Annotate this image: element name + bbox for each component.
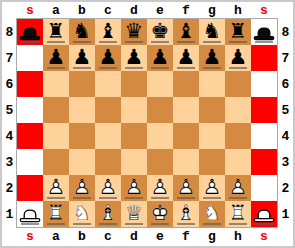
square-g5[interactable] [199,97,225,123]
square-c3[interactable] [95,149,121,175]
piece-shadow [229,197,247,199]
file-label-s-red: s [251,2,277,19]
rank-label-8: 8 [2,19,17,45]
square-d4[interactable] [121,123,147,149]
rank-label-4: 4 [2,123,17,149]
square-b5[interactable] [69,97,95,123]
piece-shadow [125,197,143,199]
piece-shadow [203,41,221,43]
square-h6[interactable] [225,71,251,97]
square-sL5[interactable] [17,97,43,123]
square-h5[interactable] [225,97,251,123]
rank-labels-right: 87654321 [278,19,293,227]
piece-shadow [47,41,65,43]
file-label-b: b [69,2,95,19]
square-h4[interactable] [225,123,251,149]
piece-shadow [177,197,195,199]
square-c1[interactable]: ♝♗ [95,201,121,227]
square-g4[interactable] [199,123,225,149]
square-a2[interactable]: ♟♙ [43,175,69,201]
square-f3[interactable] [173,149,199,175]
file-label-a: a [43,2,69,19]
square-e7[interactable]: ♟ [147,45,173,71]
square-b2[interactable]: ♟♙ [69,175,95,201]
square-b1[interactable]: ♞♘ [69,201,95,227]
square-h1[interactable]: ♜♖ [225,201,251,227]
square-a8[interactable]: ♜ [43,19,69,45]
file-label-d: d [121,2,147,19]
square-e3[interactable] [147,149,173,175]
file-label-f: f [173,227,199,246]
square-e2[interactable]: ♟♙ [147,175,173,201]
piece-shadow [73,41,91,43]
file-labels-bottom: sabcdefghs [17,227,277,246]
piece-shadow [203,197,221,199]
square-a6[interactable] [43,71,69,97]
rank-label-8: 8 [278,19,293,45]
square-sR6[interactable] [251,71,277,97]
square-f5[interactable] [173,97,199,123]
square-e8[interactable]: ♚ [147,19,173,45]
square-sR8[interactable] [251,19,277,45]
piece-shadow [151,223,169,225]
rank-label-2: 2 [2,175,17,201]
square-sR3[interactable] [251,149,277,175]
square-c6[interactable] [95,71,121,97]
square-e4[interactable] [147,123,173,149]
square-h3[interactable] [225,149,251,175]
file-label-h: h [225,2,251,19]
rank-label-6: 6 [278,71,293,97]
square-c5[interactable] [95,97,121,123]
file-label-s-red: s [251,227,277,246]
square-b4[interactable] [69,123,95,149]
square-e5[interactable] [147,97,173,123]
piece-shadow [255,223,273,225]
piece-shadow [99,41,117,43]
square-f1[interactable]: ♝♗ [173,201,199,227]
square-c4[interactable] [95,123,121,149]
square-sR4[interactable] [251,123,277,149]
square-b7[interactable]: ♟ [69,45,95,71]
file-label-g: g [199,227,225,246]
square-sR2[interactable] [251,175,277,201]
square-sR5[interactable] [251,97,277,123]
square-sL8[interactable] [17,19,43,45]
piece-shadow [73,67,91,69]
piece-shadow [47,197,65,199]
file-label-c: c [95,2,121,19]
square-sR1[interactable] [251,201,277,227]
piece-shadow [125,67,143,69]
file-label-a: a [43,227,69,246]
square-sL2[interactable] [17,175,43,201]
square-f4[interactable] [173,123,199,149]
rank-label-3: 3 [278,149,293,175]
square-sL3[interactable] [17,149,43,175]
piece-shadow [73,197,91,199]
piece-shadow [125,41,143,43]
file-label-s-red: s [17,227,43,246]
board-window: sabcdefghs 87654321 ♜♞♝♛♚♝♞♜♟♟♟♟♟♟♟♟♟♙♟♙… [0,0,295,248]
piece-shadow [47,223,65,225]
square-sL6[interactable] [17,71,43,97]
piece-shadow [151,67,169,69]
square-a4[interactable] [43,123,69,149]
rank-label-6: 6 [2,71,17,97]
square-h7[interactable]: ♟ [225,45,251,71]
rank-label-7: 7 [278,45,293,71]
piece-shadow [229,41,247,43]
rank-label-3: 3 [2,149,17,175]
square-d3[interactable] [121,149,147,175]
square-d1[interactable]: ♛♕ [121,201,147,227]
square-g6[interactable] [199,71,225,97]
piece-shadow [99,67,117,69]
piece-shadow [255,41,273,43]
piece-shadow [73,223,91,225]
square-a7[interactable]: ♟ [43,45,69,71]
square-b8[interactable]: ♞ [69,19,95,45]
square-f7[interactable]: ♟ [173,45,199,71]
square-a1[interactable]: ♜♖ [43,201,69,227]
piece-shadow [125,223,143,225]
piece-shadow [21,41,39,43]
rank-labels-left: 87654321 [2,19,17,227]
square-f6[interactable] [173,71,199,97]
file-label-e: e [147,2,173,19]
file-label-s-red: s [17,2,43,19]
file-label-h: h [225,227,251,246]
rank-label-5: 5 [2,97,17,123]
file-label-f: f [173,2,199,19]
square-a5[interactable] [43,97,69,123]
square-b3[interactable] [69,149,95,175]
square-d6[interactable] [121,71,147,97]
square-g3[interactable] [199,149,225,175]
square-d2[interactable]: ♟♙ [121,175,147,201]
piece-shadow [177,223,195,225]
square-d8[interactable]: ♛ [121,19,147,45]
square-c7[interactable]: ♟ [95,45,121,71]
piece-shadow [177,67,195,69]
file-label-d: d [121,227,147,246]
square-e6[interactable] [147,71,173,97]
square-b6[interactable] [69,71,95,97]
piece-shadow [151,41,169,43]
board: ♜♞♝♛♚♝♞♜♟♟♟♟♟♟♟♟♟♙♟♙♟♙♟♙♟♙♟♙♟♙♟♙♜♖♞♘♝♗♛♕… [17,19,277,227]
square-g7[interactable]: ♟ [199,45,225,71]
file-label-g: g [199,2,225,19]
rank-label-1: 1 [2,201,17,227]
file-label-b: b [69,227,95,246]
square-sL1[interactable] [17,201,43,227]
square-f2[interactable]: ♟♙ [173,175,199,201]
rank-label-4: 4 [278,123,293,149]
piece-shadow [229,67,247,69]
file-label-e: e [147,227,173,246]
square-g8[interactable]: ♞ [199,19,225,45]
piece-shadow [47,67,65,69]
square-e1[interactable]: ♚♔ [147,201,173,227]
piece-shadow [177,41,195,43]
piece-shadow [203,67,221,69]
square-a3[interactable] [43,149,69,175]
square-h8[interactable]: ♜ [225,19,251,45]
rank-label-2: 2 [278,175,293,201]
file-label-c: c [95,227,121,246]
square-g2[interactable]: ♟♙ [199,175,225,201]
square-g1[interactable]: ♞♘ [199,201,225,227]
square-h2[interactable]: ♟♙ [225,175,251,201]
piece-shadow [99,223,117,225]
square-c2[interactable]: ♟♙ [95,175,121,201]
square-sL4[interactable] [17,123,43,149]
rank-label-7: 7 [2,45,17,71]
file-labels-top: sabcdefghs [17,2,277,19]
piece-shadow [21,223,39,225]
square-c8[interactable]: ♝ [95,19,121,45]
piece-shadow [99,197,117,199]
rank-label-1: 1 [278,201,293,227]
rank-label-5: 5 [278,97,293,123]
square-sL7[interactable] [17,45,43,71]
piece-shadow [203,223,221,225]
square-d7[interactable]: ♟ [121,45,147,71]
square-f8[interactable]: ♝ [173,19,199,45]
piece-shadow [229,223,247,225]
square-sR7[interactable] [251,45,277,71]
square-d5[interactable] [121,97,147,123]
piece-shadow [151,197,169,199]
